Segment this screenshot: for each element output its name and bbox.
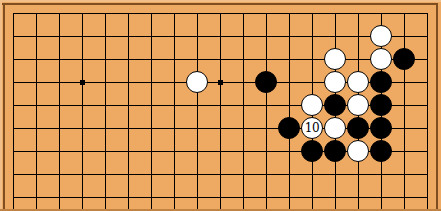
stone-black bbox=[301, 140, 324, 163]
stone-black bbox=[255, 71, 278, 94]
move-number-label: 10 bbox=[305, 122, 319, 134]
stone-black bbox=[324, 140, 347, 163]
stone-black bbox=[347, 117, 370, 140]
stone-white bbox=[186, 71, 209, 94]
stone-black bbox=[370, 117, 393, 140]
stone-black bbox=[370, 140, 393, 163]
stone-white bbox=[370, 25, 393, 48]
stone-black bbox=[370, 71, 393, 94]
stone-white bbox=[347, 71, 370, 94]
stone-white bbox=[370, 48, 393, 71]
stone-white bbox=[301, 94, 324, 117]
stone-black bbox=[324, 94, 347, 117]
stone-black bbox=[370, 94, 393, 117]
go-board: 10 bbox=[0, 0, 441, 211]
stone-white bbox=[324, 71, 347, 94]
stone-black bbox=[393, 48, 416, 71]
stone-white bbox=[347, 140, 370, 163]
stones-layer: 10 bbox=[2, 2, 439, 209]
stone-black bbox=[278, 117, 301, 140]
stone-white bbox=[324, 117, 347, 140]
stone-white bbox=[324, 48, 347, 71]
stone-white-move-10: 10 bbox=[301, 117, 324, 140]
stone-white bbox=[347, 94, 370, 117]
board-cut-bottom-edge bbox=[0, 209, 441, 211]
